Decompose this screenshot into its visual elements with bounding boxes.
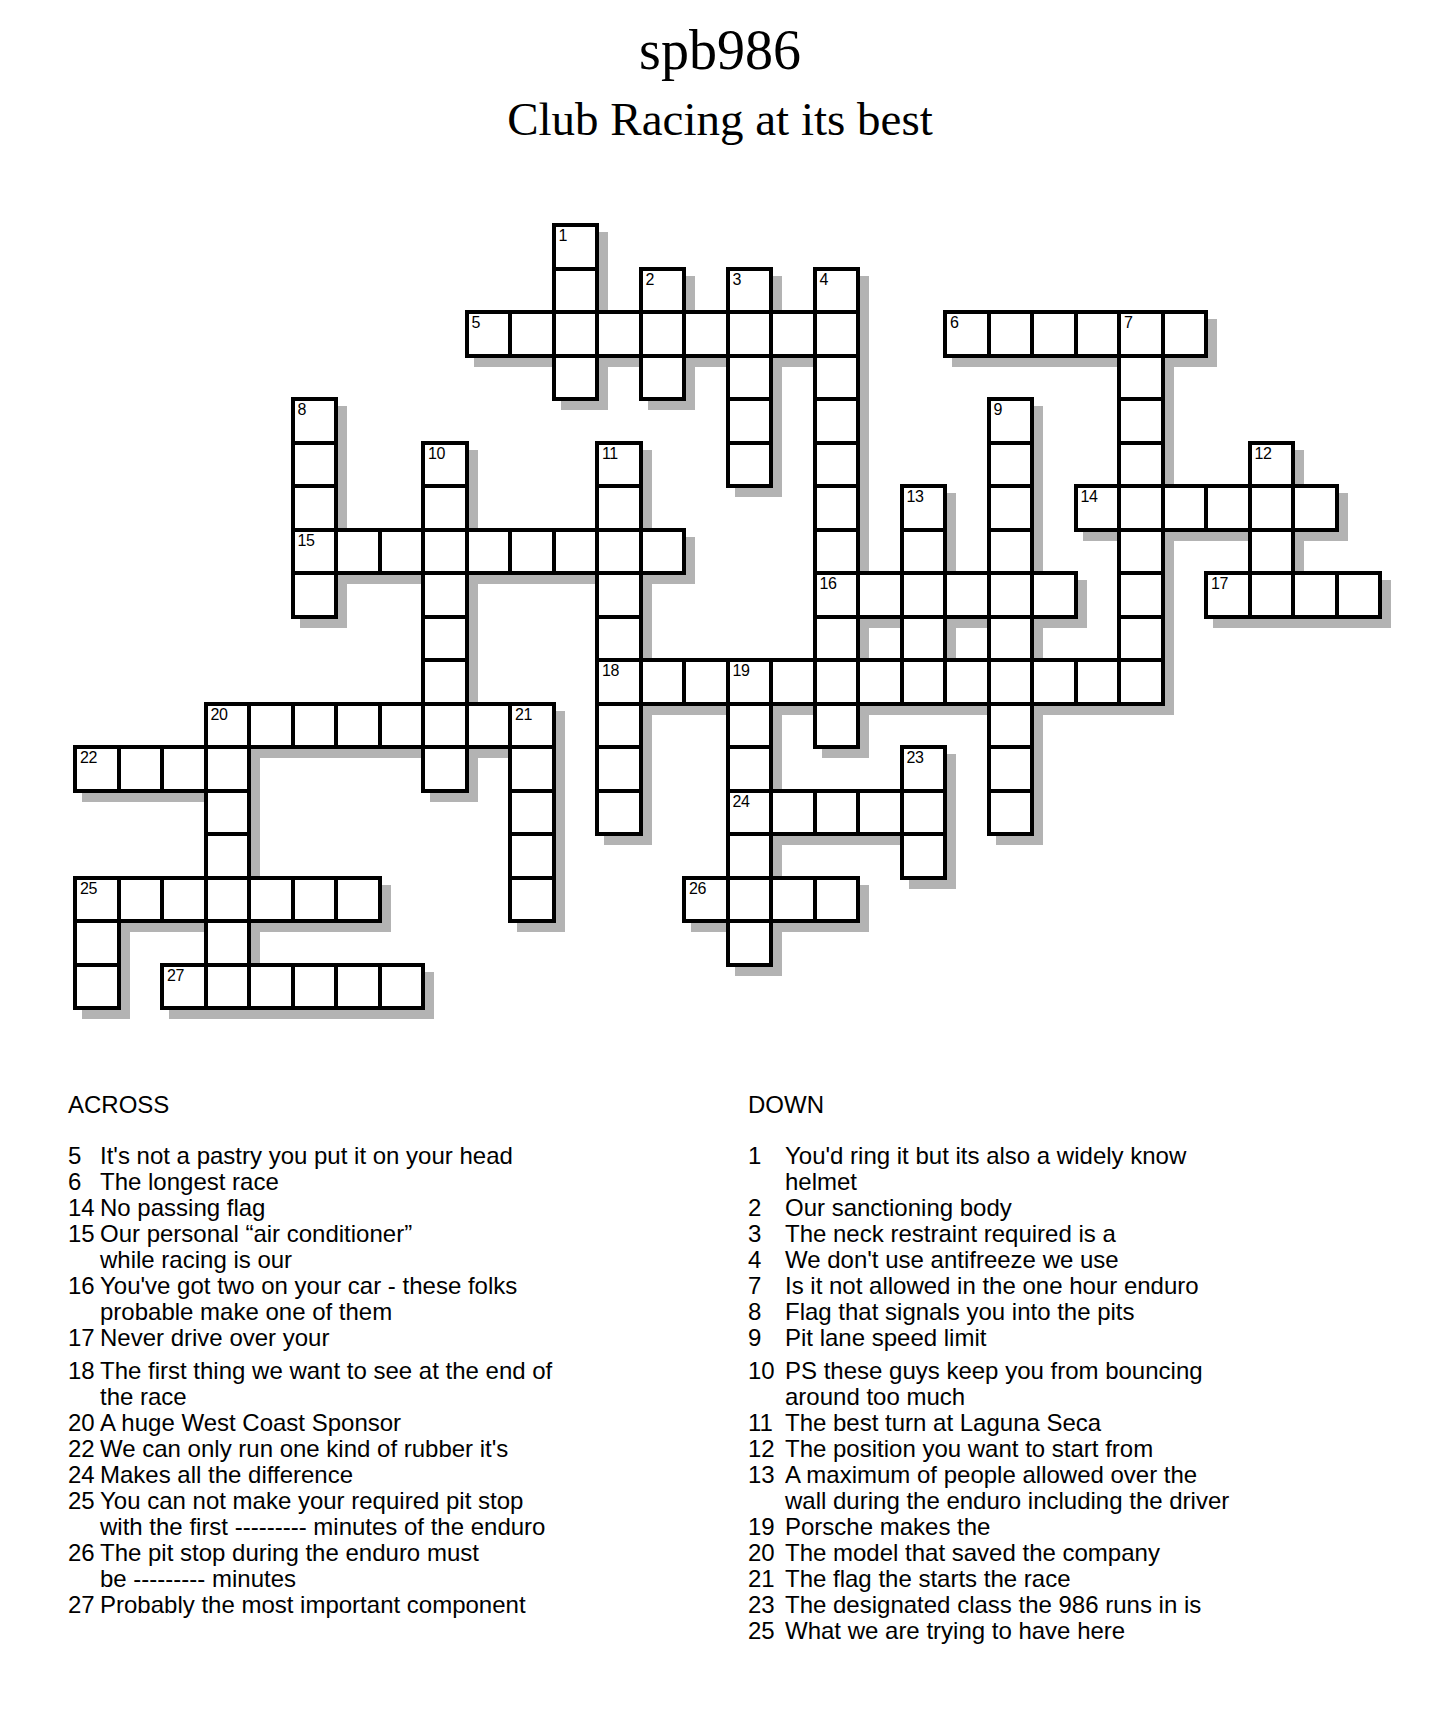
grid-cell: [726, 397, 774, 445]
grid-cell: [769, 658, 817, 706]
grid-cell: 17: [1204, 571, 1252, 619]
grid-cell: 26: [682, 876, 730, 924]
clue-text-line: Pit lane speed limit: [785, 1325, 986, 1351]
clue-text-line: be --------- minutes: [100, 1566, 479, 1592]
grid-cell: [334, 702, 382, 750]
clue-number: 3: [748, 1221, 785, 1247]
cell-number: 18: [602, 663, 619, 679]
clue-text-line: The designated class the 986 runs in is: [785, 1592, 1201, 1618]
grid-cell: [1291, 571, 1339, 619]
cell-number: 11: [602, 446, 618, 462]
grid-cell: [1117, 441, 1165, 489]
clue-number: 1: [748, 1143, 785, 1169]
clue-number: 23: [748, 1592, 785, 1618]
clue-number: 27: [68, 1592, 100, 1618]
grid-cell: [595, 310, 643, 358]
clue-text: Never drive over your: [100, 1325, 329, 1351]
grid-cell: [987, 745, 1035, 793]
grid-cell: [508, 310, 556, 358]
grid-cell: [508, 528, 556, 576]
grid-cell: [421, 571, 469, 619]
clue-number: 26: [68, 1540, 100, 1566]
clue-number: 25: [748, 1618, 785, 1644]
clue-text: We don't use antifreeze we use: [785, 1247, 1119, 1273]
grid-cell: [813, 397, 861, 445]
grid-cell: [378, 528, 426, 576]
cell-number: 10: [428, 446, 445, 462]
clue-21-down: 21The flag the starts the race: [748, 1566, 1308, 1592]
clue-text-line: Flag that signals you into the pits: [785, 1299, 1135, 1325]
clue-text: Flag that signals you into the pits: [785, 1299, 1135, 1325]
clue-text: Is it not allowed in the one hour enduro: [785, 1273, 1199, 1299]
grid-cell: [1117, 354, 1165, 402]
grid-cell: [1117, 658, 1165, 706]
clue-number: 19: [748, 1514, 785, 1540]
grid-cell: [291, 702, 339, 750]
clue-4-down: 4We don't use antifreeze we use: [748, 1247, 1308, 1273]
grid-cell: [682, 658, 730, 706]
clue-11-down: 11The best turn at Laguna Seca: [748, 1410, 1308, 1436]
clue-2-down: 2Our sanctioning body: [748, 1195, 1308, 1221]
grid-cell: [291, 963, 339, 1011]
clue-number: 20: [748, 1540, 785, 1566]
grid-cell: [1030, 658, 1078, 706]
grid-cell: [508, 832, 556, 880]
grid-cell: [1117, 397, 1165, 445]
grid-cell: 7: [1117, 310, 1165, 358]
clue-number: 18: [68, 1358, 100, 1384]
clue-number: 16: [68, 1273, 100, 1299]
grid-cell: [291, 484, 339, 532]
grid-cell: 15: [291, 528, 339, 576]
grid-cell: [552, 267, 600, 315]
clue-text-line: The longest race: [100, 1169, 279, 1195]
clue-text-line: The position you want to start from: [785, 1436, 1153, 1462]
grid-cell: [247, 702, 295, 750]
cell-number: 3: [733, 272, 741, 288]
grid-cell: [987, 441, 1035, 489]
clue-text-line: The flag the starts the race: [785, 1566, 1070, 1592]
grid-cell: [1074, 310, 1122, 358]
cell-number: 22: [80, 750, 97, 766]
clue-24-across: 24Makes all the difference: [68, 1462, 628, 1488]
grid-cell: [1291, 484, 1339, 532]
clue-number: 14: [68, 1195, 100, 1221]
grid-cell: [900, 528, 948, 576]
grid-cell: [1074, 658, 1122, 706]
cell-number: 8: [298, 402, 306, 418]
crossword-grid: 1234567891011121314151617181920212223242…: [0, 0, 1440, 1010]
grid-cell: [421, 702, 469, 750]
across-clues-section: ACROSS 5It's not a pastry you put it on …: [68, 1092, 628, 1618]
clue-text-line: You can not make your required pit stop: [100, 1488, 545, 1514]
grid-cell: [552, 310, 600, 358]
grid-cell: 24: [726, 789, 774, 837]
grid-cell: 18: [595, 658, 643, 706]
clue-number: 8: [748, 1299, 785, 1325]
clue-text: The position you want to start from: [785, 1436, 1153, 1462]
clue-text-line: Porsche makes the: [785, 1514, 990, 1540]
grid-cell: [639, 310, 687, 358]
clue-text: A huge West Coast Sponsor: [100, 1410, 401, 1436]
grid-cell: [1204, 484, 1252, 532]
grid-cell: [639, 658, 687, 706]
grid-cell: [1248, 484, 1296, 532]
clue-text: What we are trying to have here: [785, 1618, 1125, 1644]
grid-cell: [1248, 571, 1296, 619]
clue-number: 2: [748, 1195, 785, 1221]
grid-cell: [726, 310, 774, 358]
clue-15-across: 15Our personal “air conditioner”while ra…: [68, 1221, 628, 1273]
cell-number: 1: [559, 228, 567, 244]
clue-number: 11: [748, 1410, 785, 1436]
grid-cell: [73, 963, 121, 1011]
grid-cell: [769, 789, 817, 837]
grid-cell: [726, 832, 774, 880]
grid-cell: [900, 832, 948, 880]
grid-cell: [247, 963, 295, 1011]
grid-cell: [378, 702, 426, 750]
cell-number: 25: [80, 881, 97, 897]
cell-number: 14: [1081, 489, 1098, 505]
clue-text-line: with the first --------- minutes of the …: [100, 1514, 545, 1540]
across-heading: ACROSS: [68, 1092, 628, 1118]
grid-cell: [378, 963, 426, 1011]
clue-text-line: We don't use antifreeze we use: [785, 1247, 1119, 1273]
grid-cell: [1117, 615, 1165, 663]
clue-text-line: The first thing we want to see at the en…: [100, 1358, 552, 1384]
clue-text-line: The model that saved the company: [785, 1540, 1160, 1566]
grid-cell: [813, 658, 861, 706]
cell-number: 9: [994, 402, 1002, 418]
clue-23-down: 23The designated class the 986 runs in i…: [748, 1592, 1308, 1618]
grid-cell: [856, 789, 904, 837]
grid-cell: [160, 745, 208, 793]
grid-cell: [639, 354, 687, 402]
clue-8-down: 8Flag that signals you into the pits: [748, 1299, 1308, 1325]
cell-number: 20: [211, 707, 228, 723]
grid-cell: [856, 658, 904, 706]
grid-cell: [813, 528, 861, 576]
clue-25-across: 25You can not make your required pit sto…: [68, 1488, 628, 1540]
clue-1-down: 1You'd ring it but its also a widely kno…: [748, 1143, 1308, 1195]
clue-13-down: 13A maximum of people allowed over thewa…: [748, 1462, 1308, 1514]
grid-cell: [421, 615, 469, 663]
clue-text: PS these guys keep you from bouncingarou…: [785, 1358, 1203, 1410]
grid-cell: [813, 310, 861, 358]
cell-number: 21: [515, 707, 532, 723]
grid-cell: [595, 528, 643, 576]
grid-cell: [1248, 528, 1296, 576]
grid-cell: [726, 354, 774, 402]
clue-text-line: while racing is our: [100, 1247, 412, 1273]
grid-cell: [291, 441, 339, 489]
grid-cell: [160, 876, 208, 924]
grid-cell: 6: [943, 310, 991, 358]
clue-number: 17: [68, 1325, 100, 1351]
grid-cell: [1117, 571, 1165, 619]
across-clue-list: 5It's not a pastry you put it on your he…: [68, 1143, 628, 1618]
clue-number: 24: [68, 1462, 100, 1488]
clue-26-across: 26The pit stop during the enduro mustbe …: [68, 1540, 628, 1592]
grid-cell: [421, 658, 469, 706]
clue-20-down: 20The model that saved the company: [748, 1540, 1308, 1566]
clue-text-line: Is it not allowed in the one hour enduro: [785, 1273, 1199, 1299]
page: { "game": "crossword", "title": "spb986"…: [0, 0, 1440, 1729]
clue-text-line: around too much: [785, 1384, 1203, 1410]
clue-text-line: The pit stop during the enduro must: [100, 1540, 479, 1566]
grid-cell: 11: [595, 441, 643, 489]
grid-cell: [204, 745, 252, 793]
cell-number: 2: [646, 272, 654, 288]
grid-cell: [769, 310, 817, 358]
clue-text-line: No passing flag: [100, 1195, 265, 1221]
grid-cell: [943, 571, 991, 619]
grid-cell: [421, 745, 469, 793]
down-clue-list: 1You'd ring it but its also a widely kno…: [748, 1143, 1308, 1644]
grid-cell: 27: [160, 963, 208, 1011]
clue-7-down: 7Is it not allowed in the one hour endur…: [748, 1273, 1308, 1299]
grid-cell: [465, 702, 513, 750]
grid-cell: [987, 615, 1035, 663]
clue-16-across: 16You've got two on your car - these fol…: [68, 1273, 628, 1325]
clue-22-across: 22We can only run one kind of rubber it'…: [68, 1436, 628, 1462]
grid-cell: [334, 963, 382, 1011]
cell-number: 27: [167, 968, 184, 984]
grid-cell: [726, 745, 774, 793]
clue-text-line: Probably the most important component: [100, 1592, 526, 1618]
grid-cell: [508, 876, 556, 924]
grid-cell: [421, 528, 469, 576]
grid-cell: [117, 745, 165, 793]
clue-text: You'd ring it but its also a widely know…: [785, 1143, 1186, 1195]
clue-number: 20: [68, 1410, 100, 1436]
grid-cell: [900, 658, 948, 706]
grid-cell: [813, 789, 861, 837]
grid-cell: [726, 702, 774, 750]
grid-cell: [334, 528, 382, 576]
cell-number: 23: [907, 750, 924, 766]
grid-cell: 13: [900, 484, 948, 532]
clue-text: The longest race: [100, 1169, 279, 1195]
grid-cell: [769, 876, 817, 924]
cell-number: 26: [689, 881, 706, 897]
grid-cell: [726, 919, 774, 967]
clue-text: You've got two on your car - these folks…: [100, 1273, 517, 1325]
grid-cell: [1030, 310, 1078, 358]
grid-cell: [204, 832, 252, 880]
grid-cell: [595, 745, 643, 793]
clue-text: Makes all the difference: [100, 1462, 353, 1488]
down-heading: DOWN: [748, 1092, 1308, 1118]
clue-number: 6: [68, 1169, 100, 1195]
grid-cell: [204, 963, 252, 1011]
clue-text-line: We can only run one kind of rubber it's: [100, 1436, 508, 1462]
cell-number: 17: [1211, 576, 1228, 592]
grid-cell: [247, 876, 295, 924]
clue-text-line: A huge West Coast Sponsor: [100, 1410, 401, 1436]
grid-cell: 23: [900, 745, 948, 793]
clue-text-line: probable make one of them: [100, 1299, 517, 1325]
cell-number: 19: [733, 663, 750, 679]
clue-14-across: 14No passing flag: [68, 1195, 628, 1221]
clue-text: No passing flag: [100, 1195, 265, 1221]
grid-cell: 9: [987, 397, 1035, 445]
grid-cell: [987, 702, 1035, 750]
grid-cell: [987, 658, 1035, 706]
grid-cell: [987, 571, 1035, 619]
clue-text: The model that saved the company: [785, 1540, 1160, 1566]
grid-cell: 5: [465, 310, 513, 358]
grid-cell: [813, 876, 861, 924]
clue-text: It's not a pastry you put it on your hea…: [100, 1143, 513, 1169]
grid-cell: [900, 615, 948, 663]
clue-text-line: Our personal “air conditioner”: [100, 1221, 412, 1247]
clue-number: 22: [68, 1436, 100, 1462]
cell-number: 24: [733, 794, 750, 810]
grid-cell: [856, 571, 904, 619]
grid-cell: [595, 702, 643, 750]
grid-cell: 21: [508, 702, 556, 750]
cell-number: 5: [472, 315, 480, 331]
grid-cell: [726, 441, 774, 489]
clue-text: The pit stop during the enduro mustbe --…: [100, 1540, 479, 1592]
grid-cell: [900, 789, 948, 837]
clue-number: 25: [68, 1488, 100, 1514]
grid-cell: [1030, 571, 1078, 619]
clue-text: Porsche makes the: [785, 1514, 990, 1540]
clue-text-line: You've got two on your car - these folks: [100, 1273, 517, 1299]
clue-text-line: It's not a pastry you put it on your hea…: [100, 1143, 513, 1169]
clue-text: Probably the most important component: [100, 1592, 526, 1618]
clue-number: 4: [748, 1247, 785, 1273]
clue-text-line: Our sanctioning body: [785, 1195, 1012, 1221]
clue-text: Our sanctioning body: [785, 1195, 1012, 1221]
grid-cell: [639, 528, 687, 576]
clue-text-line: A maximum of people allowed over the: [785, 1462, 1229, 1488]
clue-number: 21: [748, 1566, 785, 1592]
clue-6-across: 6The longest race: [68, 1169, 628, 1195]
grid-cell: [900, 571, 948, 619]
grid-cell: [595, 571, 643, 619]
cell-number: 13: [907, 489, 924, 505]
clue-text-line: You'd ring it but its also a widely know: [785, 1143, 1186, 1169]
grid-cell: [682, 310, 730, 358]
grid-cell: [1117, 484, 1165, 532]
cell-number: 6: [950, 315, 958, 331]
grid-cell: [552, 528, 600, 576]
clue-text: The designated class the 986 runs in is: [785, 1592, 1201, 1618]
grid-cell: [204, 789, 252, 837]
grid-cell: 25: [73, 876, 121, 924]
clue-number: 13: [748, 1462, 785, 1488]
grid-cell: [987, 310, 1035, 358]
clue-text: Our personal “air conditioner”while raci…: [100, 1221, 412, 1273]
clue-text-line: Never drive over your: [100, 1325, 329, 1351]
clue-18-across: 18The first thing we want to see at the …: [68, 1358, 628, 1410]
clue-number: 5: [68, 1143, 100, 1169]
grid-cell: [813, 615, 861, 663]
clue-text-line: What we are trying to have here: [785, 1618, 1125, 1644]
grid-cell: [1161, 310, 1209, 358]
grid-cell: [595, 789, 643, 837]
clue-19-down: 19Porsche makes the: [748, 1514, 1308, 1540]
clue-5-across: 5It's not a pastry you put it on your he…: [68, 1143, 628, 1169]
grid-cell: [117, 876, 165, 924]
grid-cell: [291, 876, 339, 924]
clue-25-down: 25What we are trying to have here: [748, 1618, 1308, 1644]
grid-cell: [1161, 484, 1209, 532]
grid-cell: [987, 528, 1035, 576]
grid-cell: [813, 354, 861, 402]
clue-text-line: The neck restraint required is a: [785, 1221, 1116, 1247]
grid-cell: 3: [726, 267, 774, 315]
grid-cell: 1: [552, 223, 600, 271]
grid-cell: [813, 441, 861, 489]
cell-number: 4: [820, 272, 828, 288]
clue-text: The flag the starts the race: [785, 1566, 1070, 1592]
grid-cell: 14: [1074, 484, 1122, 532]
grid-cell: [813, 484, 861, 532]
grid-cell: 2: [639, 267, 687, 315]
clue-10-down: 10PS these guys keep you from bouncingar…: [748, 1358, 1308, 1410]
cell-number: 15: [298, 533, 315, 549]
grid-cell: 8: [291, 397, 339, 445]
grid-cell: [595, 615, 643, 663]
clue-text: The best turn at Laguna Seca: [785, 1410, 1101, 1436]
clue-20-across: 20A huge West Coast Sponsor: [68, 1410, 628, 1436]
grid-cell: [726, 876, 774, 924]
clue-17-across: 17Never drive over your: [68, 1325, 628, 1351]
clue-text: A maximum of people allowed over thewall…: [785, 1462, 1229, 1514]
grid-cell: 20: [204, 702, 252, 750]
grid-cell: [595, 484, 643, 532]
grid-cell: [987, 789, 1035, 837]
grid-cell: 19: [726, 658, 774, 706]
grid-cell: [1335, 571, 1383, 619]
grid-cell: [334, 876, 382, 924]
down-clues-section: DOWN 1You'd ring it but its also a widel…: [748, 1092, 1308, 1644]
clue-12-down: 12The position you want to start from: [748, 1436, 1308, 1462]
grid-cell: [204, 919, 252, 967]
grid-cell: 22: [73, 745, 121, 793]
clue-3-down: 3The neck restraint required is a: [748, 1221, 1308, 1247]
clue-number: 10: [748, 1358, 785, 1384]
cell-number: 7: [1124, 315, 1132, 331]
clue-number: 15: [68, 1221, 100, 1247]
grid-cell: [1117, 528, 1165, 576]
grid-cell: [508, 745, 556, 793]
grid-cell: [291, 571, 339, 619]
clue-text: The neck restraint required is a: [785, 1221, 1116, 1247]
grid-cell: [421, 484, 469, 532]
grid-cell: 4: [813, 267, 861, 315]
grid-cell: [508, 789, 556, 837]
grid-cell: 10: [421, 441, 469, 489]
clue-number: 7: [748, 1273, 785, 1299]
grid-cell: [552, 354, 600, 402]
cell-number: 12: [1255, 446, 1272, 462]
cell-number: 16: [820, 576, 837, 592]
grid-cell: [465, 528, 513, 576]
grid-cell: [204, 876, 252, 924]
clue-text-line: wall during the enduro including the dri…: [785, 1488, 1229, 1514]
clue-27-across: 27Probably the most important component: [68, 1592, 628, 1618]
grid-cell: [943, 658, 991, 706]
clue-text: You can not make your required pit stopw…: [100, 1488, 545, 1540]
clue-text-line: PS these guys keep you from bouncing: [785, 1358, 1203, 1384]
grid-cell: 16: [813, 571, 861, 619]
